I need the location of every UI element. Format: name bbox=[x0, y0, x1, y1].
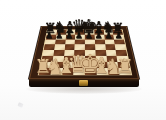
product-photo: ♜♞♝♛♚♝♞♜♟♟♟♟♟♟♟♟♟♟♟♟♟♟♟♟♜♞♝♛♚♝♞♜ bbox=[0, 0, 166, 120]
brass-clasp bbox=[79, 80, 88, 86]
piece-black-pawn[interactable]: ♟ bbox=[115, 31, 123, 40]
piece-black-pawn[interactable]: ♟ bbox=[85, 31, 93, 40]
piece-black-pawn[interactable]: ♟ bbox=[45, 31, 53, 40]
watermark-smudge bbox=[17, 102, 23, 107]
piece-black-pawn[interactable]: ♟ bbox=[75, 31, 83, 40]
piece-black-pawn[interactable]: ♟ bbox=[105, 31, 113, 40]
pieces-layer: ♜♞♝♛♚♝♞♜♟♟♟♟♟♟♟♟♟♟♟♟♟♟♟♟♜♞♝♛♚♝♞♜ bbox=[0, 0, 166, 120]
piece-black-pawn[interactable]: ♟ bbox=[55, 31, 63, 40]
piece-black-pawn[interactable]: ♟ bbox=[65, 31, 73, 40]
piece-white-rook[interactable]: ♜ bbox=[116, 57, 133, 76]
piece-black-pawn[interactable]: ♟ bbox=[95, 31, 103, 40]
